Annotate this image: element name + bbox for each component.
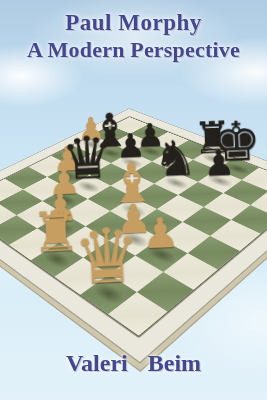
white-queen: ♛ <box>72 217 143 295</box>
book-title-line2: A Modern Perspective <box>0 37 267 64</box>
book-cover: Paul Morphy A Modern Perspective ♜♚♟♟♟♝♟… <box>0 0 267 400</box>
white-pawn: ♟ <box>141 212 180 255</box>
square-h2 <box>137 272 194 312</box>
square-h6 <box>231 205 267 234</box>
chess-board-grid: ♜♚♟♟♟♝♟♞♟♛♝♟♟♟♟♚♜♛ <box>0 117 267 335</box>
author-name: Valeri Beim <box>0 350 267 377</box>
square-f7: ♟ <box>198 170 242 194</box>
black-knight: ♞ <box>152 134 197 184</box>
book-title: Paul Morphy A Modern Perspective <box>0 9 267 64</box>
chess-board: ♜♚♟♟♟♝♟♞♟♛♝♟♟♟♟♚♜♛ <box>0 108 267 363</box>
black-pawn: ♟ <box>203 145 236 181</box>
book-title-line1: Paul Morphy <box>0 9 267 37</box>
